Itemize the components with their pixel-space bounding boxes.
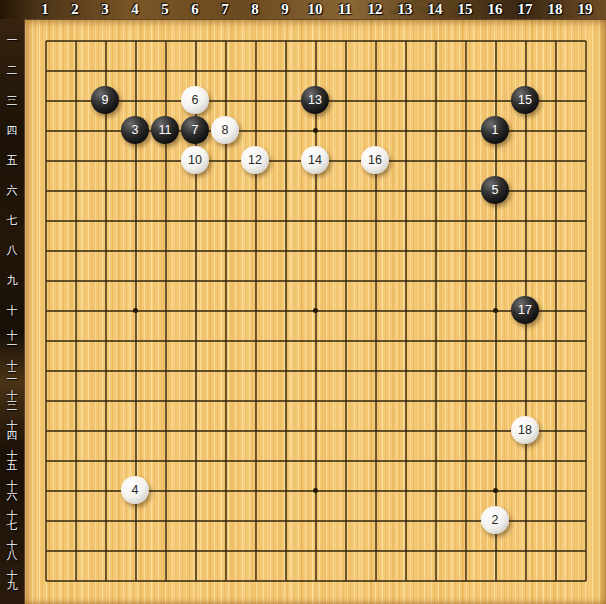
row-label-char: 十 xyxy=(7,305,18,316)
star-point xyxy=(313,128,318,133)
row-label-char: 五 xyxy=(7,460,18,471)
row-label-char: 三 xyxy=(7,95,18,106)
stone-grid: 123456789101112131415161718 xyxy=(30,25,600,595)
row-label-char: 一 xyxy=(7,35,18,46)
star-point xyxy=(493,488,498,493)
row-label-二: 二 xyxy=(0,55,24,85)
row-label-十八: 十八 xyxy=(0,535,24,565)
row-label-十四: 十四 xyxy=(0,415,24,445)
row-label-十: 十 xyxy=(0,295,24,325)
column-label-1: 1 xyxy=(30,0,60,19)
stone-white-move-16[interactable]: 16 xyxy=(361,146,389,174)
column-label-14: 14 xyxy=(420,0,450,19)
row-label-一: 一 xyxy=(0,25,24,55)
column-label-7: 7 xyxy=(210,0,240,19)
column-label-15: 15 xyxy=(450,0,480,19)
row-label-char: 六 xyxy=(7,490,18,501)
stone-black-move-17[interactable]: 17 xyxy=(511,296,539,324)
stone-white-move-14[interactable]: 14 xyxy=(301,146,329,174)
stone-black-move-7[interactable]: 7 xyxy=(181,116,209,144)
row-label-char: 七 xyxy=(7,520,18,531)
stone-white-move-2[interactable]: 2 xyxy=(481,506,509,534)
stone-white-move-18[interactable]: 18 xyxy=(511,416,539,444)
go-board[interactable]: 123456789101112131415161718 xyxy=(24,19,606,604)
stone-black-move-1[interactable]: 1 xyxy=(481,116,509,144)
star-point xyxy=(313,488,318,493)
row-label-十三: 十三 xyxy=(0,385,24,415)
star-point xyxy=(133,308,138,313)
column-label-13: 13 xyxy=(390,0,420,19)
row-label-char: 七 xyxy=(7,215,18,226)
stone-white-move-10[interactable]: 10 xyxy=(181,146,209,174)
column-label-9: 9 xyxy=(270,0,300,19)
column-label-10: 10 xyxy=(300,0,330,19)
stone-black-move-3[interactable]: 3 xyxy=(121,116,149,144)
row-label-十七: 十七 xyxy=(0,505,24,535)
column-label-16: 16 xyxy=(480,0,510,19)
row-label-char: 五 xyxy=(7,155,18,166)
stone-black-move-15[interactable]: 15 xyxy=(511,86,539,114)
row-label-char: 九 xyxy=(7,580,18,591)
row-label-六: 六 xyxy=(0,175,24,205)
stone-white-move-8[interactable]: 8 xyxy=(211,116,239,144)
column-label-19: 19 xyxy=(570,0,600,19)
row-label-char: 九 xyxy=(7,275,18,286)
row-label-九: 九 xyxy=(0,265,24,295)
row-label-char: 二 xyxy=(7,65,18,76)
row-label-char: 二 xyxy=(7,370,18,381)
row-label-十六: 十六 xyxy=(0,475,24,505)
row-label-五: 五 xyxy=(0,145,24,175)
column-label-17: 17 xyxy=(510,0,540,19)
stone-white-move-12[interactable]: 12 xyxy=(241,146,269,174)
go-kifu-viewer: 123456789101112131415161718 一二三四五六七八九十十一… xyxy=(0,0,606,604)
row-label-char: 四 xyxy=(7,125,18,136)
stone-black-move-5[interactable]: 5 xyxy=(481,176,509,204)
column-label-6: 6 xyxy=(180,0,210,19)
column-label-3: 3 xyxy=(90,0,120,19)
row-label-十九: 十九 xyxy=(0,565,24,595)
row-label-三: 三 xyxy=(0,85,24,115)
row-label-十二: 十二 xyxy=(0,355,24,385)
column-label-5: 5 xyxy=(150,0,180,19)
stone-black-move-9[interactable]: 9 xyxy=(91,86,119,114)
row-label-七: 七 xyxy=(0,205,24,235)
column-label-8: 8 xyxy=(240,0,270,19)
row-label-char: 六 xyxy=(7,185,18,196)
star-point xyxy=(313,308,318,313)
row-label-char: 八 xyxy=(7,550,18,561)
stone-white-move-4[interactable]: 4 xyxy=(121,476,149,504)
row-label-十五: 十五 xyxy=(0,445,24,475)
stone-black-move-11[interactable]: 11 xyxy=(151,116,179,144)
row-label-十一: 十一 xyxy=(0,325,24,355)
column-label-4: 4 xyxy=(120,0,150,19)
row-label-char: 三 xyxy=(7,400,18,411)
column-label-2: 2 xyxy=(60,0,90,19)
row-label-char: 一 xyxy=(7,340,18,351)
star-point xyxy=(493,308,498,313)
column-coordinate-band: 12345678910111213141516171819 xyxy=(0,0,606,19)
column-label-12: 12 xyxy=(360,0,390,19)
column-label-11: 11 xyxy=(330,0,360,19)
row-coordinate-band: 一二三四五六七八九十十一十二十三十四十五十六十七十八十九 xyxy=(0,0,24,604)
stone-white-move-6[interactable]: 6 xyxy=(181,86,209,114)
row-label-char: 八 xyxy=(7,245,18,256)
row-label-char: 四 xyxy=(7,430,18,441)
stone-black-move-13[interactable]: 13 xyxy=(301,86,329,114)
column-label-18: 18 xyxy=(540,0,570,19)
row-label-八: 八 xyxy=(0,235,24,265)
row-label-四: 四 xyxy=(0,115,24,145)
